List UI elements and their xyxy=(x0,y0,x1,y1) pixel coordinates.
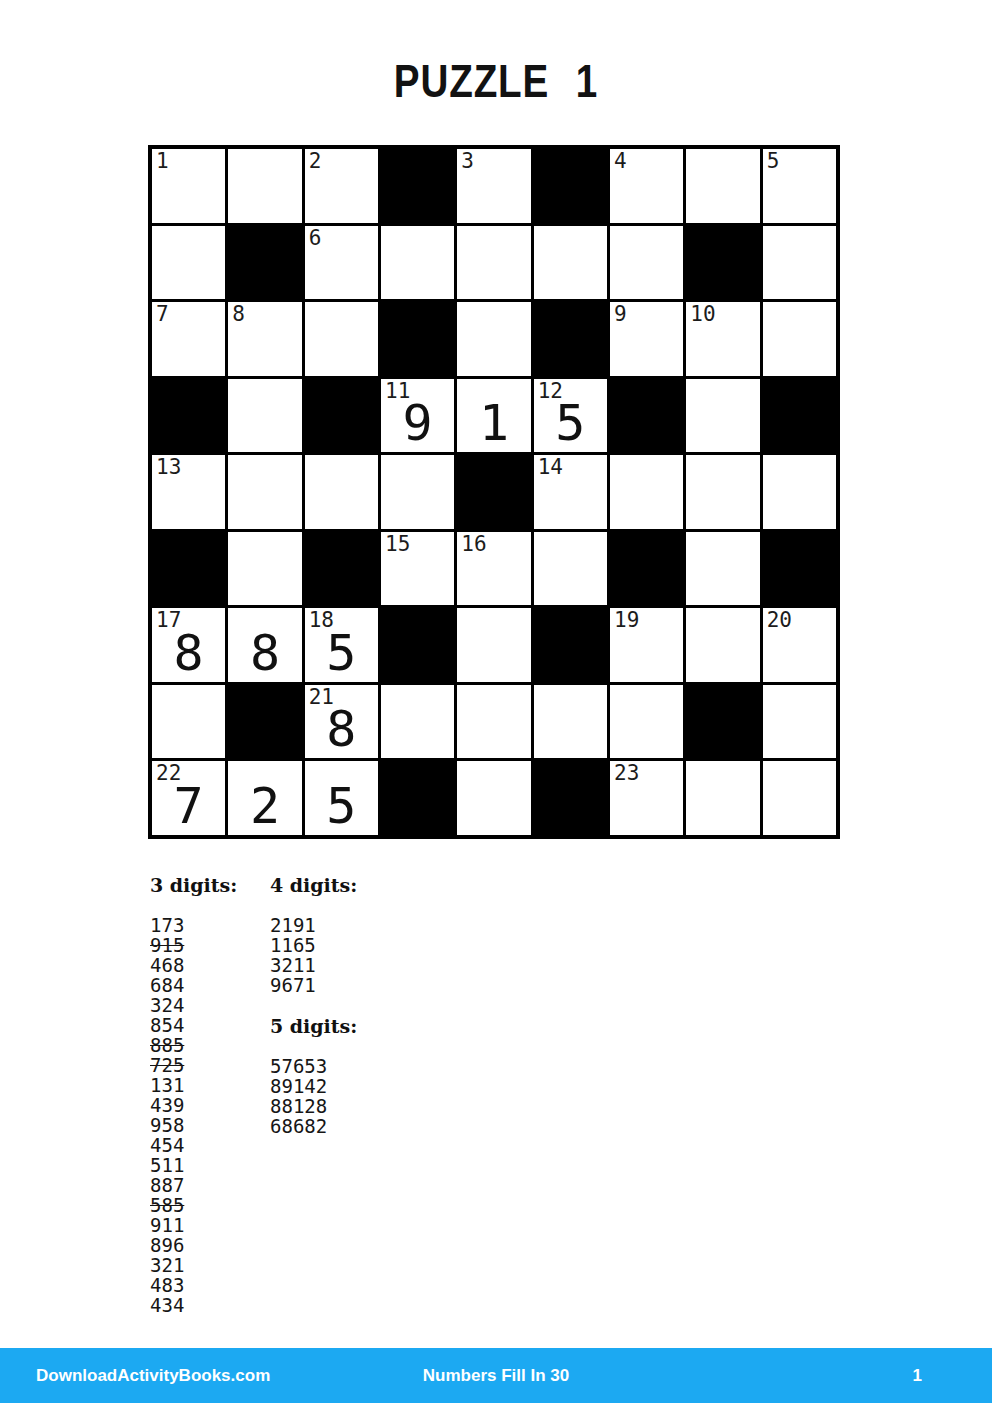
clue-lists: 3 digits: 173915468684324854885725131439… xyxy=(150,874,357,1315)
clue-entry: 725 xyxy=(150,1055,270,1075)
cell-r3c4 xyxy=(381,302,454,376)
clue-list-3: 1739154686843248548857251314399584545118… xyxy=(150,915,270,1315)
cell-r2c6[interactable] xyxy=(534,226,607,300)
cell-r4c1 xyxy=(152,379,225,453)
clue-entry: 468 xyxy=(150,955,270,975)
cell-r8c7[interactable] xyxy=(610,685,683,759)
cell-r5c5 xyxy=(457,455,530,529)
clue-number: 19 xyxy=(614,609,639,631)
cell-value: 8 xyxy=(305,704,378,754)
cell-r2c7[interactable] xyxy=(610,226,683,300)
cell-value: 5 xyxy=(305,781,378,831)
clue-entry: 684 xyxy=(150,975,270,995)
cell-r5c8[interactable] xyxy=(686,455,759,529)
clue-entry: 9671 xyxy=(270,975,357,995)
cell-r9c3[interactable]: 5 xyxy=(305,761,378,835)
cell-r4c6[interactable]: 125 xyxy=(534,379,607,453)
clue-number: 20 xyxy=(767,609,792,631)
cell-r2c1[interactable] xyxy=(152,226,225,300)
cell-r5c3[interactable] xyxy=(305,455,378,529)
cell-r8c6[interactable] xyxy=(534,685,607,759)
cell-r1c6 xyxy=(534,149,607,223)
cell-r8c4[interactable] xyxy=(381,685,454,759)
cell-r6c2[interactable] xyxy=(228,532,301,606)
cell-value: 7 xyxy=(152,781,225,831)
cell-r7c8[interactable] xyxy=(686,608,759,682)
cell-r4c4[interactable]: 119 xyxy=(381,379,454,453)
clue-number: 3 xyxy=(461,150,474,172)
cell-r6c4[interactable]: 15 xyxy=(381,532,454,606)
cell-r3c6 xyxy=(534,302,607,376)
cell-value: 5 xyxy=(305,628,378,678)
clue-number: 7 xyxy=(156,303,169,325)
cell-r2c3[interactable]: 6 xyxy=(305,226,378,300)
cell-r9c9[interactable] xyxy=(763,761,836,835)
clue-number: 4 xyxy=(614,150,627,172)
footer-book-title: Numbers Fill In 30 xyxy=(0,1366,992,1386)
cell-r4c7 xyxy=(610,379,683,453)
cell-r4c8[interactable] xyxy=(686,379,759,453)
footer-page-number: 1 xyxy=(913,1366,922,1386)
cell-r8c9[interactable] xyxy=(763,685,836,759)
clue-number: 8 xyxy=(232,303,245,325)
clue-column-4-5-digits: 4 digits: 2191116532119671 5 digits: 576… xyxy=(270,874,357,1315)
cell-r1c9[interactable]: 5 xyxy=(763,149,836,223)
clue-header-3-digits: 3 digits: xyxy=(150,874,270,896)
cell-r6c1 xyxy=(152,532,225,606)
clue-number: 6 xyxy=(309,227,322,249)
clue-entry: 885 xyxy=(150,1035,270,1055)
cell-r9c4 xyxy=(381,761,454,835)
cell-r5c7[interactable] xyxy=(610,455,683,529)
cell-r9c1[interactable]: 227 xyxy=(152,761,225,835)
cell-r3c7[interactable]: 9 xyxy=(610,302,683,376)
cell-r6c7 xyxy=(610,532,683,606)
clue-entry: 324 xyxy=(150,995,270,1015)
clue-number: 5 xyxy=(767,150,780,172)
cell-r9c7[interactable]: 23 xyxy=(610,761,683,835)
clue-entry: 321 xyxy=(150,1255,270,1275)
cell-r4c2[interactable] xyxy=(228,379,301,453)
clue-number: 13 xyxy=(156,456,181,478)
cell-value: 2 xyxy=(228,781,301,831)
cell-r4c3 xyxy=(305,379,378,453)
clue-number: 2 xyxy=(309,150,322,172)
clue-entry: 57653 xyxy=(270,1056,357,1076)
cell-r2c4[interactable] xyxy=(381,226,454,300)
cell-r1c4 xyxy=(381,149,454,223)
cell-value: 8 xyxy=(228,628,301,678)
cell-r1c7[interactable]: 4 xyxy=(610,149,683,223)
puzzle-grid: 1234567891011911251314151617881851920218… xyxy=(148,145,840,839)
clue-number: 10 xyxy=(690,303,715,325)
cell-r1c2[interactable] xyxy=(228,149,301,223)
clue-entry: 3211 xyxy=(270,955,357,975)
cell-r1c3[interactable]: 2 xyxy=(305,149,378,223)
clue-number: 9 xyxy=(614,303,627,325)
cell-r4c9 xyxy=(763,379,836,453)
clue-number: 14 xyxy=(538,456,563,478)
clue-column-3-digits: 3 digits: 173915468684324854885725131439… xyxy=(150,874,270,1315)
footer-bar: DownloadActivityBooks.com Numbers Fill I… xyxy=(0,1348,992,1403)
cell-r8c3[interactable]: 218 xyxy=(305,685,378,759)
clue-entry: 887 xyxy=(150,1175,270,1195)
clue-entry: 585 xyxy=(150,1195,270,1215)
cell-r1c5[interactable]: 3 xyxy=(457,149,530,223)
cell-r6c9 xyxy=(763,532,836,606)
clue-entry: 68682 xyxy=(270,1116,357,1136)
cell-r2c2 xyxy=(228,226,301,300)
cell-r8c2 xyxy=(228,685,301,759)
cell-r7c5[interactable] xyxy=(457,608,530,682)
cell-r9c8[interactable] xyxy=(686,761,759,835)
cell-r2c8 xyxy=(686,226,759,300)
clue-entry: 1165 xyxy=(270,935,357,955)
cell-r3c5[interactable] xyxy=(457,302,530,376)
clue-entry: 511 xyxy=(150,1155,270,1175)
cell-r8c5[interactable] xyxy=(457,685,530,759)
clue-entry: 854 xyxy=(150,1015,270,1035)
cell-r3c8[interactable]: 10 xyxy=(686,302,759,376)
cell-r6c8[interactable] xyxy=(686,532,759,606)
cell-r7c9[interactable]: 20 xyxy=(763,608,836,682)
cell-r5c4[interactable] xyxy=(381,455,454,529)
clue-number: 16 xyxy=(461,533,486,555)
cell-r3c3[interactable] xyxy=(305,302,378,376)
clue-entry: 89142 xyxy=(270,1076,357,1096)
clue-list-4: 2191116532119671 xyxy=(270,915,357,995)
clue-entry: 173 xyxy=(150,915,270,935)
cell-r1c1[interactable]: 1 xyxy=(152,149,225,223)
cell-r9c2[interactable]: 2 xyxy=(228,761,301,835)
clue-entry: 915 xyxy=(150,935,270,955)
cell-value: 8 xyxy=(152,628,225,678)
cell-r4c5[interactable]: 1 xyxy=(457,379,530,453)
puzzle-title: PUZZLE 1 xyxy=(79,58,912,104)
clue-entry: 2191 xyxy=(270,915,357,935)
cell-r3c2[interactable]: 8 xyxy=(228,302,301,376)
cell-r6c5[interactable]: 16 xyxy=(457,532,530,606)
cell-value: 5 xyxy=(534,398,607,448)
cell-r7c6 xyxy=(534,608,607,682)
cell-r5c2[interactable] xyxy=(228,455,301,529)
cell-r7c2[interactable]: 8 xyxy=(228,608,301,682)
clue-entry: 439 xyxy=(150,1095,270,1115)
clue-entry: 454 xyxy=(150,1135,270,1155)
cell-r5c9[interactable] xyxy=(763,455,836,529)
cell-value: 1 xyxy=(457,398,530,448)
clue-header-5-digits: 5 digits: xyxy=(270,1015,357,1037)
clue-entry: 896 xyxy=(150,1235,270,1255)
cell-r5c1[interactable]: 13 xyxy=(152,455,225,529)
cell-r3c9[interactable] xyxy=(763,302,836,376)
cell-r2c5[interactable] xyxy=(457,226,530,300)
cell-r3c1[interactable]: 7 xyxy=(152,302,225,376)
clue-number: 1 xyxy=(156,150,169,172)
clue-entry: 434 xyxy=(150,1295,270,1315)
cell-r7c7[interactable]: 19 xyxy=(610,608,683,682)
cell-r2c9[interactable] xyxy=(763,226,836,300)
cell-r7c4 xyxy=(381,608,454,682)
cell-r7c1[interactable]: 178 xyxy=(152,608,225,682)
clue-entry: 131 xyxy=(150,1075,270,1095)
clue-list-5: 57653891428812868682 xyxy=(270,1056,357,1136)
cell-r5c6[interactable]: 14 xyxy=(534,455,607,529)
cell-r8c8 xyxy=(686,685,759,759)
clue-entry: 958 xyxy=(150,1115,270,1135)
cell-r6c3 xyxy=(305,532,378,606)
cell-r6c6[interactable] xyxy=(534,532,607,606)
cell-r9c5[interactable] xyxy=(457,761,530,835)
clue-entry: 911 xyxy=(150,1215,270,1235)
cell-value: 9 xyxy=(381,398,454,448)
clue-number: 15 xyxy=(385,533,410,555)
cell-r8c1[interactable] xyxy=(152,685,225,759)
clue-number: 23 xyxy=(614,762,639,784)
cell-r9c6 xyxy=(534,761,607,835)
cell-r7c3[interactable]: 185 xyxy=(305,608,378,682)
clue-header-4-digits: 4 digits: xyxy=(270,874,357,896)
cell-r1c8[interactable] xyxy=(686,149,759,223)
clue-entry: 483 xyxy=(150,1275,270,1295)
clue-entry: 88128 xyxy=(270,1096,357,1116)
